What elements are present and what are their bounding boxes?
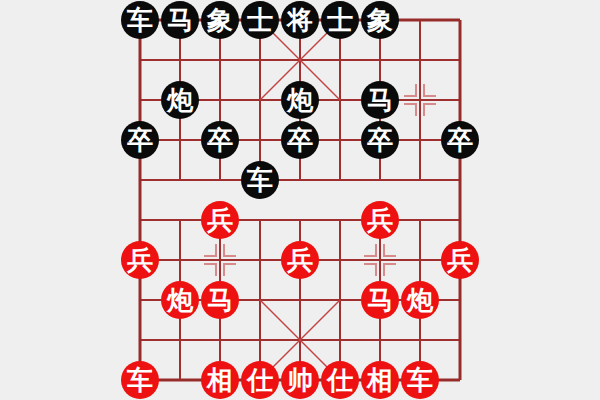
point-marker	[204, 244, 236, 276]
black-cannon[interactable]: 炮	[161, 81, 199, 119]
black-elephant[interactable]: 象	[201, 1, 239, 39]
red-elephant[interactable]: 相	[201, 361, 239, 399]
red-horse[interactable]: 马	[361, 281, 399, 319]
black-elephant[interactable]: 象	[361, 1, 399, 39]
black-advisor[interactable]: 士	[241, 1, 279, 39]
red-cannon[interactable]: 炮	[161, 281, 199, 319]
black-soldier[interactable]: 卒	[201, 121, 239, 159]
point-marker	[364, 244, 396, 276]
red-advisor[interactable]: 仕	[241, 361, 279, 399]
board-intersections: 车马象士将士象炮炮马卒卒卒卒卒车兵兵兵兵兵炮马马炮车相仕帅仕相车	[120, 0, 480, 400]
black-horse[interactable]: 马	[361, 81, 399, 119]
red-horse[interactable]: 马	[201, 281, 239, 319]
red-soldier[interactable]: 兵	[121, 241, 159, 279]
red-general[interactable]: 帅	[281, 361, 319, 399]
black-advisor[interactable]: 士	[321, 1, 359, 39]
black-horse[interactable]: 马	[161, 1, 199, 39]
xiangqi-board: 车马象士将士象炮炮马卒卒卒卒卒车兵兵兵兵兵炮马马炮车相仕帅仕相车	[0, 0, 600, 400]
black-soldier[interactable]: 卒	[281, 121, 319, 159]
black-general[interactable]: 将	[281, 1, 319, 39]
red-soldier[interactable]: 兵	[201, 201, 239, 239]
red-rook[interactable]: 车	[121, 361, 159, 399]
black-soldier[interactable]: 卒	[121, 121, 159, 159]
red-elephant[interactable]: 相	[361, 361, 399, 399]
black-soldier[interactable]: 卒	[441, 121, 479, 159]
red-soldier[interactable]: 兵	[361, 201, 399, 239]
point-marker	[404, 84, 436, 116]
black-soldier[interactable]: 卒	[361, 121, 399, 159]
red-rook[interactable]: 车	[401, 361, 439, 399]
black-rook[interactable]: 车	[241, 161, 279, 199]
red-soldier[interactable]: 兵	[281, 241, 319, 279]
black-rook[interactable]: 车	[121, 1, 159, 39]
red-advisor[interactable]: 仕	[321, 361, 359, 399]
black-cannon[interactable]: 炮	[281, 81, 319, 119]
red-cannon[interactable]: 炮	[401, 281, 439, 319]
red-soldier[interactable]: 兵	[441, 241, 479, 279]
